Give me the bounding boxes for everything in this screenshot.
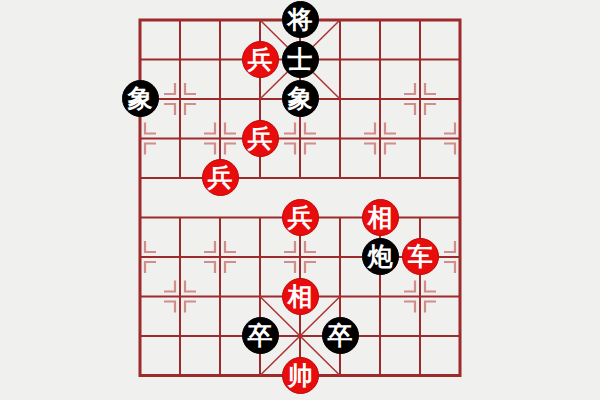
piece-red-king[interactable]: 帅 xyxy=(282,357,319,394)
piece-red-soldier[interactable]: 兵 xyxy=(242,120,279,157)
piece-red-soldier[interactable]: 兵 xyxy=(242,41,279,78)
piece-black-elephant[interactable]: 象 xyxy=(122,80,159,117)
piece-red-elephant[interactable]: 相 xyxy=(282,278,319,315)
piece-red-chariot[interactable]: 车 xyxy=(402,238,439,275)
piece-red-soldier[interactable]: 兵 xyxy=(282,199,319,236)
piece-black-soldier[interactable]: 卒 xyxy=(322,317,359,354)
piece-black-elephant[interactable]: 象 xyxy=(282,80,319,117)
piece-black-advisor[interactable]: 士 xyxy=(282,41,319,78)
piece-black-cannon[interactable]: 炮 xyxy=(362,238,399,275)
board: 将兵士象象兵兵兵相炮车相卒卒帅 xyxy=(120,0,480,395)
piece-red-elephant[interactable]: 相 xyxy=(362,199,399,236)
piece-black-soldier[interactable]: 卒 xyxy=(242,317,279,354)
piece-black-general[interactable]: 将 xyxy=(282,1,319,38)
xiangqi-board-diagram: 将兵士象象兵兵兵相炮车相卒卒帅 xyxy=(0,0,600,400)
piece-red-soldier[interactable]: 兵 xyxy=(202,159,239,196)
